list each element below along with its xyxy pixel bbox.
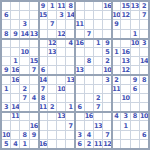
cell-r11c15[interactable] [131,94,139,102]
cell-r11c11[interactable]: 2 [94,94,102,102]
cell-r13c14[interactable]: 3 [121,112,129,120]
cell-r11c14[interactable]: 10 [121,94,129,102]
cell-r5c3[interactable] [20,39,28,47]
cell-r14c4[interactable]: 16 [30,121,38,129]
cell-r14c11[interactable]: 13 [94,121,102,129]
cell-r9c13[interactable]: 2 [112,76,120,84]
cell-r5c8[interactable]: 4 [66,39,74,47]
cell-r11c6[interactable] [48,94,56,102]
cell-r10c7[interactable]: 10 [57,85,65,93]
cell-r2c7[interactable]: 3 [57,11,65,19]
cell-r9c15[interactable]: 9 [131,76,139,84]
cell-r8c5[interactable]: 6 [39,66,47,74]
cell-r3c2[interactable] [11,20,19,28]
cell-r6c5[interactable] [39,48,47,56]
cell-r15c4[interactable]: 9 [30,131,38,139]
cell-r7c6[interactable] [48,57,56,65]
cell-r5c14[interactable] [121,39,129,47]
cell-r6c16[interactable] [140,48,148,56]
cell-r1c9[interactable] [76,2,84,10]
cell-r16c5[interactable]: 16 [39,140,47,148]
cell-r14c13[interactable] [112,121,120,129]
cell-r13c4[interactable] [30,112,38,120]
cell-r8c3[interactable] [20,66,28,74]
cell-r5c11[interactable]: 1 [94,39,102,47]
cell-r15c5[interactable] [39,131,47,139]
cell-r13c3[interactable] [20,112,28,120]
cell-r8c10[interactable] [85,66,93,74]
cell-r14c16[interactable] [140,121,148,129]
cell-r5c7[interactable] [57,39,65,47]
cell-r11c8[interactable] [66,94,74,102]
cell-r9c1[interactable] [2,76,10,84]
cell-r9c3[interactable] [20,76,28,84]
cell-r2c8[interactable]: 14 [66,11,74,19]
cell-r7c14[interactable]: 13 [121,57,129,65]
cell-r10c15[interactable]: 6 [131,85,139,93]
cell-r11c5[interactable]: 8 [39,94,47,102]
cell-r4c15[interactable]: 1 [131,30,139,38]
cell-r6c10[interactable] [85,48,93,56]
cell-r2c16[interactable]: 7 [140,11,148,19]
cell-r4c7[interactable]: 12 [57,30,65,38]
cell-r9c11[interactable] [94,76,102,84]
cell-r12c11[interactable]: 7 [94,103,102,111]
cell-r7c11[interactable] [94,57,102,65]
cell-r7c3[interactable] [20,57,28,65]
cell-r14c8[interactable]: 7 [66,121,74,129]
cell-r15c14[interactable] [121,131,129,139]
cell-r10c6[interactable] [48,85,56,93]
cell-r3c5[interactable] [39,20,47,28]
cell-r1c8[interactable]: 8 [66,2,74,10]
cell-r15c2[interactable] [11,131,19,139]
cell-r5c6[interactable]: 12 [48,39,56,47]
cell-r1c2[interactable] [11,2,19,10]
cell-r3c14[interactable] [121,20,129,28]
cell-r16c16[interactable] [140,140,148,148]
cell-r1c3[interactable] [20,2,28,10]
cell-r15c6[interactable] [48,131,56,139]
cell-r12c9[interactable]: 6 [76,103,84,111]
cell-r5c9[interactable]: 16 [76,39,84,47]
cell-r2c9[interactable] [76,11,84,19]
cell-r3c4[interactable] [30,20,38,28]
cell-r6c11[interactable] [94,48,102,56]
cell-r5c16[interactable]: 3 [140,39,148,47]
cell-r2c12[interactable] [103,11,111,19]
cell-r7c8[interactable] [66,57,74,65]
cell-r2c1[interactable]: 6 [2,11,10,19]
cell-r3c12[interactable] [103,20,111,28]
cell-r15c7[interactable] [57,131,65,139]
cell-r13c13[interactable]: 4 [112,112,120,120]
cell-r3c3[interactable]: 3 [20,20,28,28]
cell-r8c14[interactable]: 12 [121,66,129,74]
cell-r2c11[interactable] [94,11,102,19]
cell-r5c2[interactable] [11,39,19,47]
cell-r14c1[interactable] [2,121,10,129]
cell-r11c12[interactable] [103,94,111,102]
cell-r6c6[interactable]: 13 [48,48,56,56]
cell-r15c16[interactable]: 6 [140,131,148,139]
cell-r12c6[interactable]: 2 [48,103,56,111]
cell-r1c5[interactable]: 9 [39,2,47,10]
cell-r15c13[interactable] [112,131,120,139]
cell-r12c13[interactable] [112,103,120,111]
cell-r16c3[interactable]: 1 [20,140,28,148]
cell-r15c15[interactable] [131,131,139,139]
cell-r2c6[interactable] [48,11,56,19]
cell-r8c15[interactable] [131,66,139,74]
cell-r3c16[interactable] [140,20,148,28]
cell-r8c2[interactable]: 16 [11,66,19,74]
cell-r12c10[interactable] [85,103,93,111]
cell-r9c12[interactable]: 3 [103,76,111,84]
cell-r12c8[interactable]: 1 [66,103,74,111]
cell-r13c12[interactable] [103,112,111,120]
cell-r16c13[interactable] [112,140,120,148]
cell-r5c15[interactable]: 10 [131,39,139,47]
cell-r2c5[interactable]: 15 [39,11,47,19]
cell-r4c2[interactable]: 9 [11,30,19,38]
cell-r4c3[interactable]: 14 [20,30,28,38]
cell-r4c16[interactable] [140,30,148,38]
cell-r10c10[interactable] [85,85,93,93]
cell-r7c7[interactable] [57,57,65,65]
cell-r3c8[interactable] [66,20,74,28]
cell-r12c5[interactable]: 11 [39,103,47,111]
cell-r11c3[interactable]: 7 [20,94,28,102]
cell-r10c8[interactable] [66,85,74,93]
cell-r5c5[interactable] [39,39,47,47]
cell-r11c13[interactable] [112,94,120,102]
cell-r2c14[interactable]: 12 [121,11,129,19]
cell-r2c3[interactable] [20,11,28,19]
cell-r2c4[interactable] [30,11,38,19]
cell-r15c10[interactable]: 4 [85,131,93,139]
cell-r10c14[interactable] [121,85,129,93]
cell-r1c15[interactable]: 13 [131,2,139,10]
cell-r1c1[interactable] [2,2,10,10]
cell-r13c16[interactable]: 10 [140,112,148,120]
cell-r3c11[interactable] [94,20,102,28]
cell-r15c1[interactable]: 10 [2,131,10,139]
cell-r3c13[interactable]: 9 [112,20,120,28]
cell-r5c13[interactable] [112,39,120,47]
cell-r11c4[interactable]: 4 [30,94,38,102]
cell-r13c8[interactable] [66,112,74,120]
cell-r14c12[interactable] [103,121,111,129]
cell-r2c10[interactable] [85,11,93,19]
cell-r1c14[interactable]: 15 [121,2,129,10]
cell-r16c6[interactable] [48,140,56,148]
cell-r14c7[interactable] [57,121,65,129]
cell-r9c16[interactable]: 8 [140,76,148,84]
cell-r6c3[interactable]: 10 [20,48,28,56]
cell-r16c9[interactable]: 6 [76,140,84,148]
cell-r8c11[interactable] [94,66,102,74]
cell-r14c10[interactable] [85,121,93,129]
cell-r6c12[interactable]: 5 [103,48,111,56]
cell-r2c15[interactable] [131,11,139,19]
cell-r10c4[interactable] [30,85,38,93]
cell-r11c7[interactable] [57,94,65,102]
cell-r9c2[interactable]: 16 [11,76,19,84]
cell-r12c7[interactable] [57,103,65,111]
cell-r4c4[interactable]: 13 [30,30,38,38]
cell-r14c14[interactable]: 1 [121,121,129,129]
cell-r11c16[interactable] [140,94,148,102]
cell-r3c7[interactable] [57,20,65,28]
cell-r12c16[interactable] [140,103,148,111]
cell-r7c13[interactable] [112,57,120,65]
cell-r11c10[interactable] [85,94,93,102]
cell-r15c9[interactable]: 3 [76,131,84,139]
cell-r9c10[interactable] [85,76,93,84]
cell-r13c11[interactable] [94,112,102,120]
cell-r13c7[interactable]: 13 [57,112,65,120]
cell-r3c1[interactable] [2,20,10,28]
cell-r4c13[interactable] [112,30,120,38]
cell-r6c7[interactable] [57,48,65,56]
cell-r9c7[interactable] [57,76,65,84]
cell-r11c9[interactable] [76,94,84,102]
cell-r6c14[interactable]: 16 [121,48,129,56]
cell-r6c8[interactable] [66,48,74,56]
cell-r6c2[interactable] [11,48,19,56]
cell-r7c10[interactable]: 8 [85,57,93,65]
cell-r7c5[interactable] [39,57,47,65]
cell-r5c1[interactable] [2,39,10,47]
cell-r1c10[interactable] [85,2,93,10]
cell-r9c4[interactable] [30,76,38,84]
cell-r10c1[interactable]: 1 [2,85,10,93]
cell-r3c15[interactable] [131,20,139,28]
cell-r9c6[interactable] [48,76,56,84]
cell-r7c9[interactable] [76,57,84,65]
cell-r8c7[interactable] [57,66,65,74]
cell-r4c6[interactable] [48,30,56,38]
cell-r10c3[interactable]: 2 [20,85,28,93]
cell-r10c16[interactable] [140,85,148,93]
cell-r12c3[interactable] [20,103,28,111]
cell-r16c4[interactable] [30,140,38,148]
cell-r12c4[interactable] [30,103,38,111]
cell-r15c3[interactable]: 8 [20,131,28,139]
cell-r6c13[interactable]: 1 [112,48,120,56]
cell-r7c2[interactable]: 1 [11,57,19,65]
cell-r16c12[interactable]: 12 [103,140,111,148]
cell-r6c15[interactable] [131,48,139,56]
cell-r8c1[interactable]: 9 [2,66,10,74]
cell-r1c13[interactable] [112,2,120,10]
cell-r7c4[interactable]: 15 [30,57,38,65]
cell-r9c14[interactable] [121,76,129,84]
cell-r10c13[interactable]: 11 [112,85,120,93]
cell-r2c13[interactable]: 10 [112,11,120,19]
cell-r4c8[interactable] [66,30,74,38]
cell-r5c10[interactable] [85,39,93,47]
cell-r7c15[interactable] [131,57,139,65]
cell-r13c6[interactable] [48,112,56,120]
cell-r8c8[interactable] [66,66,74,74]
cell-r3c6[interactable]: 7 [48,20,56,28]
cell-r16c8[interactable] [66,140,74,148]
cell-r10c2[interactable] [11,85,19,93]
cell-r13c5[interactable] [39,112,47,120]
cell-r1c7[interactable]: 11 [57,2,65,10]
cell-r8c16[interactable] [140,66,148,74]
cell-r3c9[interactable]: 11 [76,20,84,28]
cell-r12c2[interactable]: 14 [11,103,19,111]
cell-r3c10[interactable] [85,20,93,28]
cell-r16c10[interactable]: 2 [85,140,93,148]
cell-r14c5[interactable] [39,121,47,129]
cell-r6c1[interactable] [2,48,10,56]
cell-r8c9[interactable]: 13 [76,66,84,74]
cell-r16c1[interactable]: 5 [2,140,10,148]
cell-r10c9[interactable] [76,85,84,93]
cell-r1c12[interactable]: 16 [103,2,111,10]
cell-r12c14[interactable] [121,103,129,111]
sudoku-board: 9111816151326153141012737119891413127112… [0,0,150,150]
cell-r10c12[interactable] [103,85,111,93]
cell-r5c12[interactable]: 9 [103,39,111,47]
cell-r10c5[interactable]: 7 [39,85,47,93]
cell-r13c9[interactable] [76,112,84,120]
cell-r4c14[interactable] [121,30,129,38]
cell-r9c8[interactable]: 13 [66,76,74,84]
cell-r13c10[interactable]: 16 [85,112,93,120]
cell-r16c7[interactable] [57,140,65,148]
cell-r4c5[interactable] [39,30,47,38]
cell-r10c11[interactable] [94,85,102,93]
cell-r4c9[interactable] [76,30,84,38]
cell-r16c11[interactable]: 11 [94,140,102,148]
cell-r15c8[interactable] [66,131,74,139]
cell-r13c2[interactable]: 11 [11,112,19,120]
cell-r8c6[interactable] [48,66,56,74]
cell-r4c11[interactable] [94,30,102,38]
cell-r4c1[interactable]: 8 [2,30,10,38]
cell-r14c15[interactable] [131,121,139,129]
cell-r8c13[interactable] [112,66,120,74]
cell-r14c9[interactable] [76,121,84,129]
cell-r11c2[interactable] [11,94,19,102]
cell-r12c15[interactable] [131,103,139,111]
cell-r16c15[interactable] [131,140,139,148]
cell-r14c2[interactable] [11,121,19,129]
cell-r1c11[interactable] [94,2,102,10]
cell-r7c12[interactable]: 2 [103,57,111,65]
cell-r9c5[interactable]: 14 [39,76,47,84]
cell-r8c12[interactable]: 10 [103,66,111,74]
cell-r6c4[interactable] [30,48,38,56]
cell-r12c12[interactable] [103,103,111,111]
cell-r12c1[interactable]: 3 [2,103,10,111]
cell-r16c14[interactable] [121,140,129,148]
cell-r5c4[interactable] [30,39,38,47]
cell-r1c16[interactable]: 2 [140,2,148,10]
cell-r7c16[interactable]: 14 [140,57,148,65]
cell-r4c10[interactable]: 7 [85,30,93,38]
cell-r14c6[interactable] [48,121,56,129]
cell-r9c9[interactable] [76,76,84,84]
cell-r11c1[interactable] [2,94,10,102]
cell-r15c11[interactable] [94,131,102,139]
cell-r6c9[interactable] [76,48,84,56]
cell-r7c1[interactable] [2,57,10,65]
cell-r13c1[interactable] [2,112,10,120]
cell-r16c2[interactable]: 4 [11,140,19,148]
cell-r15c12[interactable]: 7 [103,131,111,139]
cell-r8c4[interactable]: 7 [30,66,38,74]
cell-r2c2[interactable] [11,11,19,19]
cell-r1c6[interactable]: 1 [48,2,56,10]
cell-r14c3[interactable] [20,121,28,129]
cell-r13c15[interactable]: 8 [131,112,139,120]
cell-r4c12[interactable] [103,30,111,38]
cell-r1c4[interactable] [30,2,38,10]
